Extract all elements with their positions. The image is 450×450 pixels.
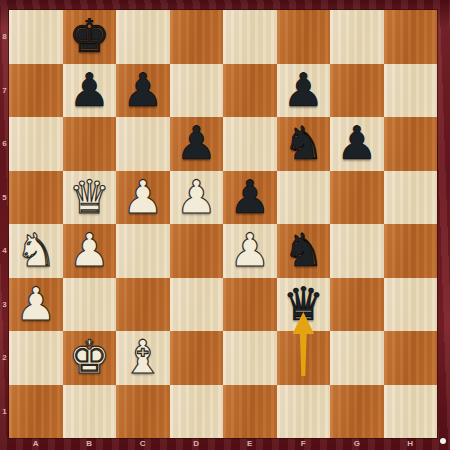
square-g8[interactable] — [330, 10, 384, 64]
square-e6[interactable] — [223, 117, 277, 171]
square-f1[interactable] — [277, 385, 331, 439]
file-label-c: C — [116, 437, 170, 450]
square-b3[interactable] — [63, 278, 117, 332]
square-e7[interactable] — [223, 64, 277, 118]
square-h1[interactable] — [384, 385, 438, 439]
square-h7[interactable] — [384, 64, 438, 118]
square-b1[interactable] — [63, 385, 117, 439]
square-c5[interactable]: ♟ — [116, 171, 170, 225]
square-e3[interactable] — [223, 278, 277, 332]
square-f3[interactable]: ♛ — [277, 278, 331, 332]
square-a6[interactable] — [9, 117, 63, 171]
square-f7[interactable]: ♟ — [277, 64, 331, 118]
white-pawn[interactable]: ♟ — [63, 224, 117, 278]
black-pawn[interactable]: ♟ — [277, 64, 331, 118]
square-g3[interactable] — [330, 278, 384, 332]
square-a5[interactable] — [9, 171, 63, 225]
rank-label-4: 4 — [0, 224, 9, 278]
square-h8[interactable] — [384, 10, 438, 64]
square-d4[interactable] — [170, 224, 224, 278]
square-d2[interactable] — [170, 331, 224, 385]
square-h5[interactable] — [384, 171, 438, 225]
square-c8[interactable] — [116, 10, 170, 64]
white-knight[interactable]: ♞ — [9, 224, 63, 278]
square-h4[interactable] — [384, 224, 438, 278]
square-g5[interactable] — [330, 171, 384, 225]
square-b2[interactable]: ♚ — [63, 331, 117, 385]
chess-board: ♚♟♟♟♟♞♟♛♟♟♟♞♟♟♞♟♛♚♝ — [9, 10, 437, 438]
square-a8[interactable] — [9, 10, 63, 64]
square-g1[interactable] — [330, 385, 384, 439]
square-c1[interactable] — [116, 385, 170, 439]
file-label-h: H — [384, 437, 438, 450]
file-label-e: E — [223, 437, 277, 450]
white-bishop[interactable]: ♝ — [116, 331, 170, 385]
square-b7[interactable]: ♟ — [63, 64, 117, 118]
square-b4[interactable]: ♟ — [63, 224, 117, 278]
white-pawn[interactable]: ♟ — [223, 224, 277, 278]
square-d8[interactable] — [170, 10, 224, 64]
square-c3[interactable] — [116, 278, 170, 332]
rank-label-3: 3 — [0, 278, 9, 332]
white-pawn[interactable]: ♟ — [116, 171, 170, 225]
rank-label-5: 5 — [0, 171, 9, 225]
square-d3[interactable] — [170, 278, 224, 332]
square-e2[interactable] — [223, 331, 277, 385]
square-h6[interactable] — [384, 117, 438, 171]
square-c2[interactable]: ♝ — [116, 331, 170, 385]
square-g4[interactable] — [330, 224, 384, 278]
corner-dot — [440, 438, 446, 444]
square-g6[interactable]: ♟ — [330, 117, 384, 171]
file-label-d: D — [170, 437, 224, 450]
square-d6[interactable]: ♟ — [170, 117, 224, 171]
square-h2[interactable] — [384, 331, 438, 385]
rank-label-2: 2 — [0, 331, 9, 385]
square-h3[interactable] — [384, 278, 438, 332]
white-queen[interactable]: ♛ — [63, 171, 117, 225]
file-label-g: G — [330, 437, 384, 450]
rank-label-1: 1 — [0, 385, 9, 439]
square-b5[interactable]: ♛ — [63, 171, 117, 225]
square-e1[interactable] — [223, 385, 277, 439]
white-pawn[interactable]: ♟ — [9, 278, 63, 332]
square-d7[interactable] — [170, 64, 224, 118]
square-f2[interactable] — [277, 331, 331, 385]
file-label-f: F — [277, 437, 331, 450]
square-a3[interactable]: ♟ — [9, 278, 63, 332]
white-pawn[interactable]: ♟ — [170, 171, 224, 225]
square-a7[interactable] — [9, 64, 63, 118]
black-pawn[interactable]: ♟ — [63, 64, 117, 118]
file-label-a: A — [9, 437, 63, 450]
square-g2[interactable] — [330, 331, 384, 385]
black-knight[interactable]: ♞ — [277, 224, 331, 278]
square-f5[interactable] — [277, 171, 331, 225]
black-pawn[interactable]: ♟ — [330, 117, 384, 171]
square-d1[interactable] — [170, 385, 224, 439]
square-a2[interactable] — [9, 331, 63, 385]
black-pawn[interactable]: ♟ — [223, 171, 277, 225]
square-e4[interactable]: ♟ — [223, 224, 277, 278]
square-f4[interactable]: ♞ — [277, 224, 331, 278]
square-b6[interactable] — [63, 117, 117, 171]
chess-board-frame: ♚♟♟♟♟♞♟♛♟♟♟♞♟♟♞♟♛♚♝ 87654321 ABCDEFGH — [0, 0, 450, 450]
square-d5[interactable]: ♟ — [170, 171, 224, 225]
black-king[interactable]: ♚ — [63, 10, 117, 64]
rank-label-8: 8 — [0, 10, 9, 64]
black-pawn[interactable]: ♟ — [116, 64, 170, 118]
black-queen[interactable]: ♛ — [277, 278, 331, 332]
square-b8[interactable]: ♚ — [63, 10, 117, 64]
square-e8[interactable] — [223, 10, 277, 64]
square-a4[interactable]: ♞ — [9, 224, 63, 278]
square-g7[interactable] — [330, 64, 384, 118]
square-c4[interactable] — [116, 224, 170, 278]
square-f6[interactable]: ♞ — [277, 117, 331, 171]
black-pawn[interactable]: ♟ — [170, 117, 224, 171]
rank-label-7: 7 — [0, 64, 9, 118]
square-c7[interactable]: ♟ — [116, 64, 170, 118]
file-label-b: B — [63, 437, 117, 450]
black-knight[interactable]: ♞ — [277, 117, 331, 171]
square-a1[interactable] — [9, 385, 63, 439]
square-f8[interactable] — [277, 10, 331, 64]
square-e5[interactable]: ♟ — [223, 171, 277, 225]
rank-label-6: 6 — [0, 117, 9, 171]
square-c6[interactable] — [116, 117, 170, 171]
white-king[interactable]: ♚ — [63, 331, 117, 385]
